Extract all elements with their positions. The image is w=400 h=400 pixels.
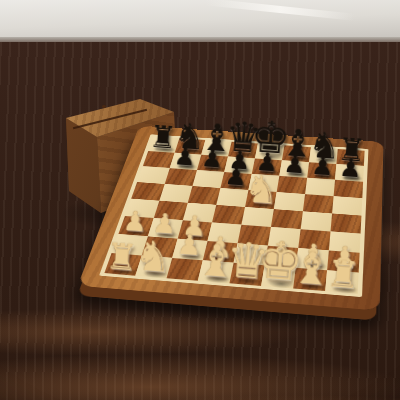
square-e5: ♞: [245, 190, 277, 209]
square-c5: [188, 186, 221, 205]
square-c3: ♟: [178, 220, 212, 241]
square-g1: ♝: [293, 268, 327, 291]
square-b1: ♞: [135, 256, 172, 279]
square-h1: ♜: [325, 270, 358, 294]
square-e2: [234, 243, 268, 265]
square-g4: [301, 211, 332, 231]
square-d4: [212, 205, 245, 225]
square-f2: ♟: [265, 246, 299, 268]
square-d6: ♟: [220, 172, 251, 190]
square-d3: [208, 223, 242, 244]
square-h2: ♟: [327, 250, 360, 272]
square-d1: ♝: [198, 260, 234, 283]
square-c6: [192, 170, 224, 188]
box-wood-knot: [102, 105, 106, 108]
square-c1: [167, 258, 203, 281]
piece-shadow: [236, 276, 262, 287]
square-f3: [268, 227, 301, 248]
piece-shadow: [111, 266, 138, 277]
square-a1: ♜: [104, 253, 141, 276]
square-h5: [332, 196, 362, 215]
square-h3: [329, 231, 361, 252]
square-g3: [298, 229, 330, 250]
chessboard: ♜♞♝♛♚♝♞♜♟♟♟♟♟♟♟♟♞♟♟♟♟♟♟♟♟♜♞♝♛♚♝♜: [104, 136, 364, 293]
square-c2: ♟: [172, 239, 207, 261]
square-g5: [303, 194, 334, 213]
square-f7: ♟: [279, 160, 309, 178]
square-e1: ♛: [229, 263, 264, 286]
square-f1: ♚: [261, 265, 296, 288]
square-d2: ♟: [203, 241, 238, 263]
square-e3: [238, 225, 271, 246]
square-g2: ♟: [296, 248, 329, 270]
square-f6: [277, 176, 307, 194]
